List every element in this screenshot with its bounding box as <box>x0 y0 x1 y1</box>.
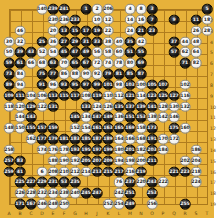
col-label-A: A <box>7 211 10 216</box>
go-board[interactable]: 1402392411220648352302362331012141679111… <box>0 0 214 218</box>
black-stone-move-81: 81 <box>114 69 125 80</box>
black-stone-move-167: 167 <box>26 199 37 210</box>
white-stone-move-158: 158 <box>136 123 147 134</box>
black-stone-move-55: 55 <box>136 47 147 58</box>
black-stone-move-185: 185 <box>81 134 92 145</box>
black-stone-move-223: 223 <box>180 166 191 177</box>
black-stone-move-249: 249 <box>125 199 136 210</box>
white-stone-move-186: 186 <box>191 145 202 156</box>
black-stone-move-149: 149 <box>103 112 114 123</box>
black-stone-move-163: 163 <box>103 123 114 134</box>
black-stone-move-19: 19 <box>92 25 103 36</box>
white-stone-move-242: 242 <box>114 188 125 199</box>
black-stone-move-225: 225 <box>15 177 26 188</box>
white-stone-move-42: 42 <box>136 36 147 47</box>
black-stone-move-243: 243 <box>147 177 158 188</box>
black-stone-move-207: 207 <box>92 155 103 166</box>
black-stone-move-95: 95 <box>70 80 81 91</box>
white-stone-move-150: 150 <box>15 123 26 134</box>
white-stone-move-208: 208 <box>48 166 59 177</box>
black-stone-move-27: 27 <box>59 36 70 47</box>
black-stone-move-1: 1 <box>81 4 92 15</box>
row-label-4: 4 <box>210 39 213 44</box>
white-stone-move-128: 128 <box>158 101 169 112</box>
white-stone-move-162: 162 <box>26 134 37 145</box>
white-stone-move-94: 94 <box>15 80 26 91</box>
black-stone-move-45: 45 <box>59 47 70 58</box>
white-stone-move-152: 152 <box>70 123 81 134</box>
white-stone-move-32: 32 <box>15 36 26 47</box>
white-stone-move-212: 212 <box>70 166 81 177</box>
black-stone-move-77: 77 <box>48 69 59 80</box>
white-stone-move-142: 142 <box>158 112 169 123</box>
black-stone-move-31: 31 <box>81 36 92 47</box>
black-stone-move-37: 37 <box>169 36 180 47</box>
row-label-9: 9 <box>210 93 213 98</box>
black-stone-move-123: 123 <box>147 90 158 101</box>
col-label-K: K <box>106 211 109 216</box>
black-stone-move-51: 51 <box>125 47 136 58</box>
black-stone-move-101: 101 <box>103 80 114 91</box>
white-stone-move-214: 214 <box>81 166 92 177</box>
black-stone-move-109: 109 <box>4 90 15 101</box>
black-stone-move-169: 169 <box>125 123 136 134</box>
col-label-P: P <box>162 211 165 216</box>
row-label-2: 2 <box>210 17 213 22</box>
white-stone-move-110: 110 <box>103 90 114 101</box>
white-stone-move-114: 114 <box>136 90 147 101</box>
row-label-14: 14 <box>210 147 216 152</box>
black-stone-move-85: 85 <box>125 69 136 80</box>
col-label-S: S <box>195 211 198 216</box>
white-stone-move-168: 168 <box>136 134 147 145</box>
col-label-T: T <box>206 211 209 216</box>
black-stone-move-175: 175 <box>169 123 180 134</box>
white-stone-move-194: 194 <box>114 155 125 166</box>
white-stone-move-26: 26 <box>191 25 202 36</box>
white-stone-move-16: 16 <box>136 15 147 26</box>
white-stone-move-106: 106 <box>37 90 48 101</box>
white-stone-move-124: 124 <box>92 101 103 112</box>
white-stone-move-166: 166 <box>125 134 136 145</box>
black-stone-move-125: 125 <box>158 90 169 101</box>
black-stone-move-97: 97 <box>81 80 92 91</box>
black-stone-move-117: 117 <box>70 90 81 101</box>
black-stone-move-39: 39 <box>15 47 26 58</box>
white-stone-move-136: 136 <box>114 112 125 123</box>
black-stone-move-57: 57 <box>169 47 180 58</box>
black-stone-move-41: 41 <box>15 166 26 177</box>
black-stone-move-155: 155 <box>26 123 37 134</box>
row-label-19: 19 <box>210 202 216 207</box>
white-stone-move-60: 60 <box>114 47 125 58</box>
black-stone-move-9: 9 <box>169 15 180 26</box>
white-stone-move-248: 248 <box>48 199 59 210</box>
black-stone-move-83: 83 <box>15 155 26 166</box>
white-stone-move-10: 10 <box>92 15 103 26</box>
row-label-15: 15 <box>210 158 216 163</box>
black-stone-move-93: 93 <box>59 80 70 91</box>
black-stone-move-151: 151 <box>125 112 136 123</box>
white-stone-move-174: 174 <box>37 145 48 156</box>
black-stone-move-195: 195 <box>81 145 92 156</box>
row-label-7: 7 <box>210 72 213 77</box>
black-stone-move-147: 147 <box>92 112 103 123</box>
black-stone-move-219: 219 <box>136 166 147 177</box>
black-stone-move-229: 229 <box>37 177 48 188</box>
white-stone-move-8: 8 <box>136 4 147 15</box>
black-stone-move-199: 199 <box>103 145 114 156</box>
black-stone-move-143: 143 <box>26 112 37 123</box>
black-stone-move-245: 245 <box>81 188 92 199</box>
white-stone-move-92: 92 <box>92 69 103 80</box>
black-stone-move-157: 157 <box>37 123 48 134</box>
row-label-12: 12 <box>210 126 216 131</box>
row-label-10: 10 <box>210 104 216 109</box>
white-stone-move-178: 178 <box>59 145 70 156</box>
white-stone-move-50: 50 <box>4 47 15 58</box>
black-stone-move-165: 165 <box>114 123 125 134</box>
black-stone-move-63: 63 <box>48 58 59 69</box>
white-stone-move-176: 176 <box>48 145 59 156</box>
black-stone-move-87: 87 <box>136 69 147 80</box>
row-label-6: 6 <box>210 61 213 66</box>
white-stone-move-202: 202 <box>180 155 191 166</box>
white-stone-move-20: 20 <box>48 25 59 36</box>
black-stone-move-161: 161 <box>92 123 103 134</box>
black-stone-move-253: 253 <box>147 188 158 199</box>
white-stone-move-258: 258 <box>4 145 15 156</box>
black-stone-move-99: 99 <box>92 80 103 91</box>
black-stone-move-47: 47 <box>70 47 81 58</box>
col-label-F: F <box>63 211 66 216</box>
screenshot-root: 1402392411220648352302362331012141679111… <box>0 0 220 218</box>
black-stone-move-237: 237 <box>125 177 136 188</box>
black-stone-move-197: 197 <box>92 145 103 156</box>
black-stone-move-89: 89 <box>4 80 15 91</box>
white-stone-move-148: 148 <box>4 123 15 134</box>
white-stone-move-130: 130 <box>169 101 180 112</box>
black-stone-move-75: 75 <box>37 69 48 80</box>
black-stone-move-91: 91 <box>37 80 48 91</box>
black-stone-move-239: 239 <box>48 4 59 15</box>
black-stone-move-221: 221 <box>169 166 180 177</box>
white-stone-move-220: 220 <box>136 177 147 188</box>
white-stone-move-14: 14 <box>125 15 136 26</box>
black-stone-move-227: 227 <box>26 177 37 188</box>
black-stone-move-133: 133 <box>81 101 92 112</box>
black-stone-move-153: 153 <box>136 112 147 123</box>
row-label-16: 16 <box>210 169 216 174</box>
black-stone-move-145: 145 <box>70 112 81 123</box>
white-stone-move-30: 30 <box>4 36 15 47</box>
white-stone-move-192: 192 <box>70 155 81 166</box>
white-stone-move-182: 182 <box>136 145 147 156</box>
white-stone-move-44: 44 <box>180 36 191 47</box>
black-stone-move-255: 255 <box>180 199 191 210</box>
white-stone-move-230: 230 <box>48 15 59 26</box>
white-stone-move-246: 246 <box>37 199 48 210</box>
white-stone-move-76: 76 <box>114 177 125 188</box>
col-label-H: H <box>84 211 87 216</box>
black-stone-move-107: 107 <box>158 80 169 91</box>
white-stone-move-80: 80 <box>125 58 136 69</box>
col-label-J: J <box>96 211 97 216</box>
black-stone-move-179: 179 <box>48 134 59 145</box>
black-stone-move-61: 61 <box>15 58 26 69</box>
black-stone-move-13: 13 <box>59 25 70 36</box>
black-stone-move-173: 173 <box>147 123 158 134</box>
white-stone-move-56: 56 <box>92 47 103 58</box>
black-stone-move-257: 257 <box>4 155 15 166</box>
white-stone-move-98: 98 <box>114 80 125 91</box>
white-stone-move-224: 224 <box>191 177 202 188</box>
white-stone-move-160: 160 <box>180 123 191 134</box>
black-stone-move-79: 79 <box>103 69 114 80</box>
white-stone-move-122: 122 <box>37 101 48 112</box>
white-stone-move-256: 256 <box>147 199 158 210</box>
black-stone-move-193: 193 <box>70 145 81 156</box>
black-stone-move-191: 191 <box>147 134 158 145</box>
white-stone-move-234: 234 <box>48 188 59 199</box>
black-stone-move-73: 73 <box>4 69 15 80</box>
row-label-8: 8 <box>210 82 213 87</box>
right-margin <box>214 0 220 218</box>
white-stone-move-252: 252 <box>103 199 114 210</box>
white-stone-move-236: 236 <box>59 15 70 26</box>
white-stone-move-172: 172 <box>169 134 180 145</box>
black-stone-move-67: 67 <box>81 58 92 69</box>
white-stone-move-22: 22 <box>103 25 114 36</box>
black-stone-move-49: 49 <box>81 47 92 58</box>
white-stone-move-90: 90 <box>81 69 92 80</box>
black-stone-move-35: 35 <box>125 36 136 47</box>
black-stone-move-59: 59 <box>4 58 15 69</box>
white-stone-move-232: 232 <box>37 188 48 199</box>
white-stone-move-38: 38 <box>103 36 114 47</box>
black-stone-move-205: 205 <box>81 155 92 166</box>
white-stone-move-204: 204 <box>191 155 202 166</box>
white-stone-move-184: 184 <box>158 145 169 156</box>
black-stone-move-23: 23 <box>147 25 158 36</box>
black-stone-move-235: 235 <box>70 177 81 188</box>
black-stone-move-231: 231 <box>48 177 59 188</box>
black-stone-move-119: 119 <box>92 90 103 101</box>
black-stone-move-135: 135 <box>114 101 125 112</box>
white-stone-move-250: 250 <box>59 199 70 210</box>
white-stone-move-70: 70 <box>59 58 70 69</box>
black-stone-move-131: 131 <box>48 101 59 112</box>
col-label-G: G <box>73 211 77 216</box>
col-label-N: N <box>139 211 142 216</box>
black-stone-move-121: 121 <box>125 90 136 101</box>
white-stone-move-164: 164 <box>114 134 125 145</box>
row-label-17: 17 <box>210 180 216 185</box>
white-stone-move-190: 190 <box>59 155 70 166</box>
white-stone-move-112: 112 <box>114 90 125 101</box>
white-stone-move-68: 68 <box>37 58 48 69</box>
col-label-Q: Q <box>172 211 176 216</box>
black-stone-move-15: 15 <box>70 25 81 36</box>
white-stone-move-78: 78 <box>114 58 125 69</box>
black-stone-move-213: 213 <box>92 166 103 177</box>
white-stone-move-226: 226 <box>15 188 26 199</box>
white-stone-move-144: 144 <box>15 112 26 123</box>
white-stone-move-58: 58 <box>103 47 114 58</box>
row-label-11: 11 <box>210 115 216 120</box>
black-stone-move-247: 247 <box>92 188 103 199</box>
row-label-5: 5 <box>210 50 213 55</box>
white-stone-move-210: 210 <box>59 166 70 177</box>
white-stone-move-222: 222 <box>158 177 169 188</box>
white-stone-move-216: 216 <box>125 166 136 177</box>
black-stone-move-201: 201 <box>125 145 136 156</box>
col-label-B: B <box>18 211 21 216</box>
col-label-R: R <box>183 211 186 216</box>
black-stone-move-129: 129 <box>26 101 37 112</box>
white-stone-move-180: 180 <box>114 145 125 156</box>
white-stone-move-54: 54 <box>48 47 59 58</box>
black-stone-move-187: 187 <box>92 134 103 145</box>
black-stone-move-127: 127 <box>169 90 180 101</box>
white-stone-move-12: 12 <box>103 15 114 26</box>
white-stone-move-254: 254 <box>114 199 125 210</box>
black-stone-move-111: 111 <box>15 90 26 101</box>
black-stone-move-11: 11 <box>191 15 202 26</box>
white-stone-move-134: 134 <box>81 112 92 123</box>
black-stone-move-7: 7 <box>147 15 158 26</box>
white-stone-move-82: 82 <box>191 58 202 69</box>
black-stone-move-21: 21 <box>136 25 147 36</box>
col-label-C: C <box>29 211 32 216</box>
white-stone-move-138: 138 <box>147 112 158 123</box>
white-stone-move-108: 108 <box>81 90 92 101</box>
black-stone-move-189: 189 <box>103 134 114 145</box>
black-stone-move-217: 217 <box>114 166 125 177</box>
white-stone-move-24: 24 <box>125 25 136 36</box>
white-stone-move-48: 48 <box>191 36 202 47</box>
white-stone-move-146: 146 <box>169 112 180 123</box>
white-stone-move-2: 2 <box>92 4 103 15</box>
row-label-13: 13 <box>210 137 216 142</box>
black-stone-move-171: 171 <box>15 199 26 210</box>
black-stone-move-25: 25 <box>37 36 48 47</box>
black-stone-move-215: 215 <box>103 166 114 177</box>
white-stone-move-116: 116 <box>180 90 191 101</box>
black-stone-move-211: 211 <box>147 155 158 166</box>
black-stone-move-29: 29 <box>70 36 81 47</box>
white-stone-move-64: 64 <box>191 47 202 58</box>
black-stone-move-139: 139 <box>136 101 147 112</box>
black-stone-move-71: 71 <box>180 58 191 69</box>
black-stone-move-141: 141 <box>147 101 158 112</box>
white-stone-move-118: 118 <box>4 101 15 112</box>
white-stone-move-240: 240 <box>70 188 81 199</box>
col-label-L: L <box>118 211 121 216</box>
black-stone-move-159: 159 <box>48 123 59 134</box>
black-stone-move-33: 33 <box>92 36 103 47</box>
black-stone-move-43: 43 <box>26 47 37 58</box>
white-stone-move-188: 188 <box>48 155 59 166</box>
white-stone-move-46: 46 <box>15 25 26 36</box>
col-label-M: M <box>128 211 132 216</box>
white-stone-move-74: 74 <box>103 58 114 69</box>
white-stone-move-84: 84 <box>15 69 26 80</box>
black-stone-move-181: 181 <box>59 134 70 145</box>
white-stone-move-96: 96 <box>48 80 59 91</box>
row-label-18: 18 <box>210 191 216 196</box>
white-stone-move-228: 228 <box>26 188 37 199</box>
black-stone-move-241: 241 <box>59 4 70 15</box>
black-stone-move-137: 137 <box>125 101 136 112</box>
white-stone-move-88: 88 <box>70 69 81 80</box>
col-label-O: O <box>150 211 154 216</box>
black-stone-move-209: 209 <box>103 155 114 166</box>
white-stone-move-4: 4 <box>125 4 136 15</box>
white-stone-move-62: 62 <box>180 47 191 58</box>
white-stone-move-170: 170 <box>158 134 169 145</box>
black-stone-move-251: 251 <box>125 188 136 199</box>
white-stone-move-198: 198 <box>125 155 136 166</box>
white-stone-move-200: 200 <box>136 155 147 166</box>
white-stone-move-154: 154 <box>81 123 92 134</box>
white-stone-move-6: 6 <box>37 166 48 177</box>
white-stone-move-218: 218 <box>191 166 202 177</box>
white-stone-move-140: 140 <box>37 4 48 15</box>
col-label-E: E <box>52 211 55 216</box>
white-stone-move-72: 72 <box>92 58 103 69</box>
white-stone-move-120: 120 <box>15 101 26 112</box>
white-stone-move-104: 104 <box>26 90 37 101</box>
black-stone-move-177: 177 <box>37 134 48 145</box>
black-stone-move-53: 53 <box>59 177 70 188</box>
white-stone-move-102: 102 <box>180 80 191 91</box>
black-stone-move-3: 3 <box>147 4 158 15</box>
black-stone-move-233: 233 <box>70 15 81 26</box>
col-label-D: D <box>40 211 44 216</box>
black-stone-move-65: 65 <box>70 58 81 69</box>
black-stone-move-259: 259 <box>4 166 15 177</box>
black-stone-move-113: 113 <box>48 90 59 101</box>
white-stone-move-52: 52 <box>37 47 48 58</box>
black-stone-move-183: 183 <box>70 134 81 145</box>
row-label-1: 1 <box>210 7 213 12</box>
black-stone-move-69: 69 <box>136 58 147 69</box>
white-stone-move-238: 238 <box>59 188 70 199</box>
black-stone-move-17: 17 <box>81 25 92 36</box>
black-stone-move-103: 103 <box>125 80 136 91</box>
white-stone-move-206: 206 <box>103 4 114 15</box>
black-stone-move-203: 203 <box>147 145 158 156</box>
white-stone-move-40: 40 <box>114 36 125 47</box>
white-stone-move-132: 132 <box>180 101 191 112</box>
white-stone-move-126: 126 <box>103 101 114 112</box>
row-label-3: 3 <box>210 28 213 33</box>
white-stone-move-66: 66 <box>26 58 37 69</box>
white-stone-move-36: 36 <box>48 36 59 47</box>
white-stone-move-100: 100 <box>136 80 147 91</box>
black-stone-move-115: 115 <box>59 90 70 101</box>
white-stone-move-86: 86 <box>59 69 70 80</box>
black-stone-move-105: 105 <box>147 80 158 91</box>
